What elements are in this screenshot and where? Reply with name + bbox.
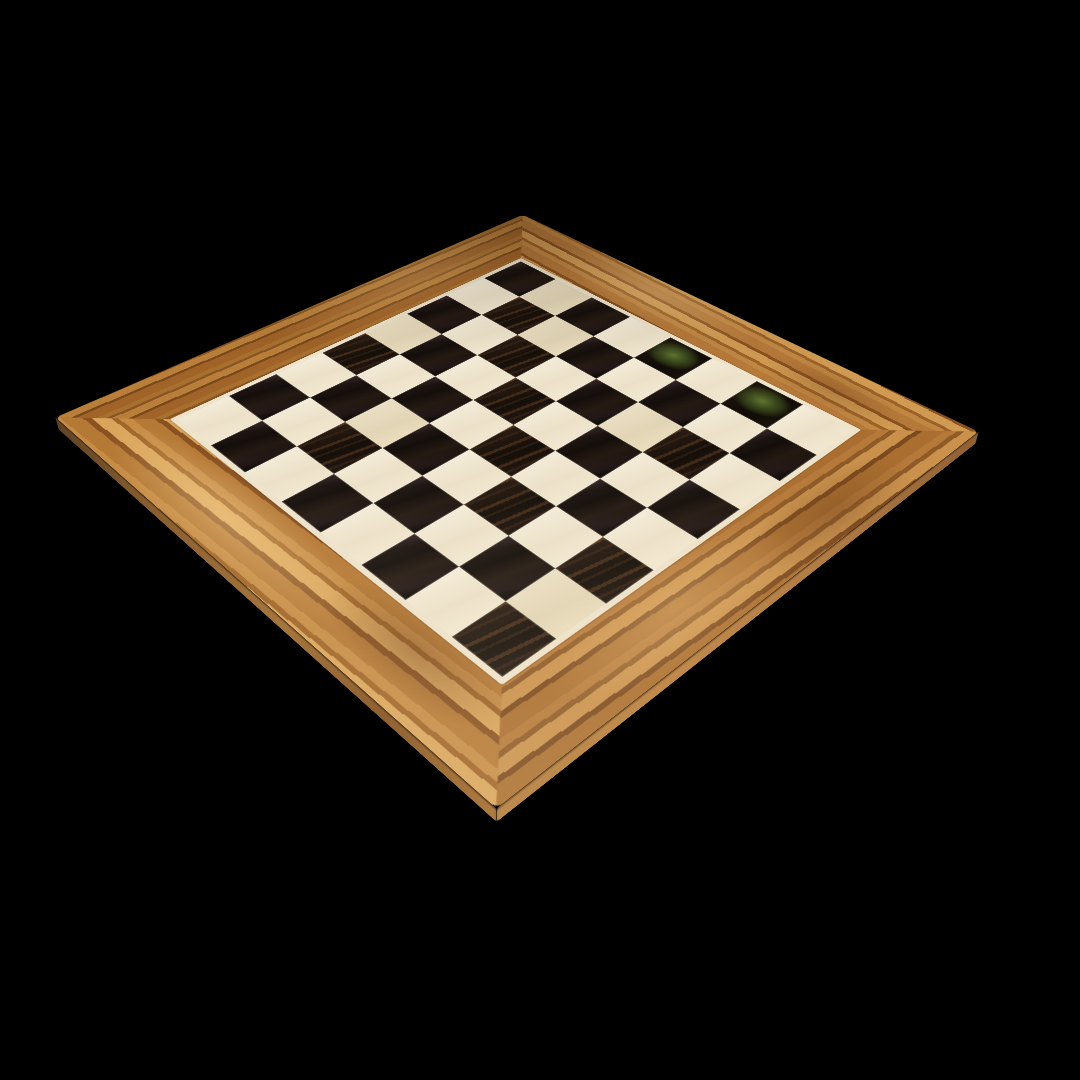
board-square-r2c8 <box>730 428 817 481</box>
board-square-r7c5 <box>373 475 464 533</box>
board-square-r4c8 <box>648 480 740 539</box>
board-square-r4c7 <box>600 452 689 508</box>
board-square-r7c8 <box>506 568 607 639</box>
board-square-r5c6 <box>511 451 600 506</box>
board-square-r5c5 <box>469 425 556 477</box>
board-square-r7c7 <box>458 536 555 602</box>
board-square-r3c8 <box>690 453 780 509</box>
board-square-r8c7 <box>405 567 505 637</box>
board-square-r7c6 <box>414 505 508 567</box>
board-square-r8c3 <box>245 447 333 502</box>
board-square-r7c3 <box>297 422 383 474</box>
board-square-r8c5 <box>320 503 414 565</box>
board-square-r6c8 <box>556 537 654 603</box>
board-square-r5c8 <box>603 508 698 571</box>
board-square-r8c6 <box>361 534 458 600</box>
board-square-r8c4 <box>282 474 373 532</box>
board-square-r6c7 <box>509 506 604 568</box>
board-square-r4c6 <box>556 426 643 479</box>
board-square-r5c7 <box>556 478 648 537</box>
board-square-r3c7 <box>643 427 730 480</box>
board-top-surface <box>55 215 978 809</box>
chess-board <box>55 215 978 809</box>
photo-background <box>0 0 1080 1080</box>
board-square-r6c4 <box>383 423 469 475</box>
board-square-r8c8 <box>452 602 556 677</box>
board-square-r6c6 <box>464 477 556 536</box>
board-square-r7c4 <box>334 448 423 503</box>
board-square-r8c2 <box>211 421 297 473</box>
board-square-r6c5 <box>422 449 511 504</box>
